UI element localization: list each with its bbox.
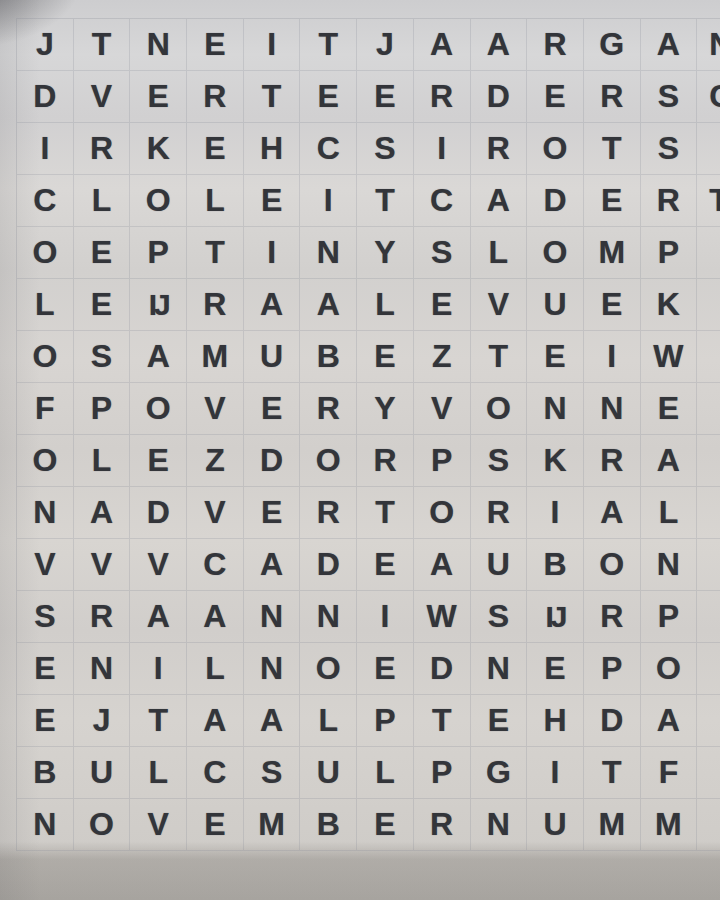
grid-cell[interactable]: G xyxy=(471,747,528,799)
grid-cell[interactable]: O xyxy=(74,799,131,851)
grid-cell[interactable]: J xyxy=(357,19,414,71)
grid-cell[interactable] xyxy=(697,487,720,539)
grid-cell[interactable]: R xyxy=(414,71,471,123)
grid-cell[interactable]: R xyxy=(187,279,244,331)
grid-cell[interactable]: O xyxy=(414,487,471,539)
grid-cell[interactable]: E xyxy=(527,643,584,695)
grid-cell[interactable]: A xyxy=(244,279,301,331)
grid-cell[interactable]: A xyxy=(641,19,698,71)
grid-cell[interactable]: D xyxy=(471,71,528,123)
grid-cell[interactable]: C xyxy=(187,539,244,591)
grid-cell[interactable]: T xyxy=(74,19,131,71)
grid-cell[interactable]: V xyxy=(130,539,187,591)
grid-cell[interactable]: C xyxy=(697,71,720,123)
grid-cell[interactable]: C xyxy=(187,747,244,799)
grid-cell[interactable]: T xyxy=(357,487,414,539)
grid-cell[interactable]: C xyxy=(17,175,74,227)
grid-cell[interactable]: T xyxy=(244,71,301,123)
grid-cell[interactable]: R xyxy=(641,175,698,227)
grid-cell[interactable]: IJ xyxy=(527,591,584,643)
grid-cell[interactable]: O xyxy=(471,383,528,435)
grid-cell[interactable]: U xyxy=(300,747,357,799)
grid-cell[interactable]: M xyxy=(187,331,244,383)
grid-cell[interactable]: N xyxy=(74,643,131,695)
grid-cell[interactable] xyxy=(697,123,720,175)
grid-cell[interactable]: U xyxy=(527,279,584,331)
grid-cell[interactable]: E xyxy=(74,279,131,331)
grid-cell[interactable]: L xyxy=(641,487,698,539)
grid-cell[interactable]: S xyxy=(357,123,414,175)
grid-cell[interactable]: E xyxy=(244,175,301,227)
grid-cell[interactable]: O xyxy=(641,643,698,695)
grid-cell[interactable]: O xyxy=(527,227,584,279)
grid-cell[interactable]: O xyxy=(17,435,74,487)
grid-cell[interactable]: A xyxy=(471,19,528,71)
grid-cell[interactable]: E xyxy=(471,695,528,747)
grid-cell[interactable]: A xyxy=(641,695,698,747)
grid-cell[interactable]: N xyxy=(584,383,641,435)
grid-cell[interactable]: O xyxy=(584,539,641,591)
grid-cell[interactable]: Z xyxy=(414,331,471,383)
grid-cell[interactable]: E xyxy=(584,279,641,331)
grid-cell[interactable] xyxy=(697,435,720,487)
grid-cell[interactable]: V xyxy=(187,487,244,539)
grid-cell[interactable] xyxy=(697,279,720,331)
grid-cell[interactable]: V xyxy=(74,539,131,591)
grid-cell[interactable]: C xyxy=(414,175,471,227)
grid-cell[interactable]: U xyxy=(471,539,528,591)
grid-cell[interactable]: R xyxy=(300,383,357,435)
grid-cell[interactable]: E xyxy=(357,331,414,383)
grid-cell[interactable]: R xyxy=(584,435,641,487)
grid-cell[interactable]: E xyxy=(130,71,187,123)
grid-cell[interactable]: M xyxy=(641,799,698,851)
grid-cell[interactable]: E xyxy=(584,175,641,227)
grid-cell[interactable]: I xyxy=(527,487,584,539)
grid-cell[interactable]: O xyxy=(130,383,187,435)
grid-cell[interactable]: D xyxy=(300,539,357,591)
grid-cell[interactable]: N xyxy=(697,19,720,71)
grid-cell[interactable]: R xyxy=(471,123,528,175)
grid-cell[interactable]: S xyxy=(244,747,301,799)
grid-cell[interactable]: V xyxy=(130,799,187,851)
grid-cell[interactable]: L xyxy=(74,435,131,487)
grid-cell[interactable]: T xyxy=(471,331,528,383)
grid-cell[interactable]: L xyxy=(187,643,244,695)
grid-cell[interactable]: T xyxy=(584,747,641,799)
grid-cell[interactable]: F xyxy=(17,383,74,435)
grid-cell[interactable]: B xyxy=(527,539,584,591)
grid-cell[interactable]: N xyxy=(244,643,301,695)
grid-cell[interactable]: E xyxy=(187,799,244,851)
grid-cell[interactable]: S xyxy=(414,227,471,279)
grid-cell[interactable]: S xyxy=(471,435,528,487)
grid-cell[interactable]: V xyxy=(74,71,131,123)
grid-cell[interactable]: E xyxy=(414,279,471,331)
grid-cell[interactable]: N xyxy=(527,383,584,435)
grid-cell[interactable]: W xyxy=(414,591,471,643)
grid-cell[interactable]: D xyxy=(244,435,301,487)
grid-cell[interactable]: G xyxy=(584,19,641,71)
grid-cell[interactable]: A xyxy=(300,279,357,331)
grid-cell[interactable]: U xyxy=(74,747,131,799)
grid-cell[interactable]: S xyxy=(641,123,698,175)
grid-cell[interactable]: T xyxy=(130,695,187,747)
grid-cell[interactable]: A xyxy=(414,19,471,71)
grid-cell[interactable]: A xyxy=(130,591,187,643)
grid-cell[interactable]: E xyxy=(357,799,414,851)
grid-cell[interactable]: C xyxy=(300,123,357,175)
grid-cell[interactable]: L xyxy=(187,175,244,227)
grid-cell[interactable]: E xyxy=(357,539,414,591)
grid-cell[interactable]: R xyxy=(527,19,584,71)
grid-cell[interactable]: S xyxy=(74,331,131,383)
grid-cell[interactable] xyxy=(697,695,720,747)
grid-cell[interactable]: B xyxy=(300,799,357,851)
grid-cell[interactable] xyxy=(697,227,720,279)
grid-cell[interactable]: N xyxy=(17,487,74,539)
grid-cell[interactable]: B xyxy=(17,747,74,799)
grid-cell[interactable]: I xyxy=(244,227,301,279)
grid-cell[interactable]: O xyxy=(17,227,74,279)
grid-cell[interactable]: O xyxy=(527,123,584,175)
grid-cell[interactable]: A xyxy=(244,539,301,591)
grid-cell[interactable]: K xyxy=(641,279,698,331)
grid-cell[interactable]: N xyxy=(17,799,74,851)
grid-cell[interactable]: M xyxy=(584,227,641,279)
grid-cell[interactable] xyxy=(697,539,720,591)
grid-cell[interactable]: S xyxy=(641,71,698,123)
grid-cell[interactable]: E xyxy=(641,383,698,435)
grid-cell[interactable]: O xyxy=(130,175,187,227)
grid-cell[interactable]: U xyxy=(244,331,301,383)
grid-cell[interactable]: A xyxy=(584,487,641,539)
word-search-grid: JTNEITJAARGANDVERTEERDERSCIRKEHCSIROTSCL… xyxy=(16,18,720,851)
grid-cell[interactable]: I xyxy=(527,747,584,799)
grid-cell[interactable]: R xyxy=(357,435,414,487)
grid-cell[interactable] xyxy=(697,331,720,383)
grid-cell[interactable]: E xyxy=(187,19,244,71)
grid-cell[interactable]: V xyxy=(17,539,74,591)
grid-cell[interactable]: T xyxy=(584,123,641,175)
grid-cell[interactable]: N xyxy=(471,799,528,851)
grid-cell[interactable]: R xyxy=(584,71,641,123)
grid-cell[interactable]: P xyxy=(414,435,471,487)
grid-cell[interactable]: T xyxy=(357,175,414,227)
grid-cell[interactable]: E xyxy=(357,71,414,123)
grid-cell[interactable]: I xyxy=(244,19,301,71)
grid-cell[interactable]: P xyxy=(357,695,414,747)
grid-cell[interactable]: S xyxy=(471,591,528,643)
grid-cell[interactable]: K xyxy=(527,435,584,487)
grid-cell[interactable]: W xyxy=(641,331,698,383)
grid-cell[interactable]: D xyxy=(527,175,584,227)
grid-cell[interactable]: E xyxy=(357,643,414,695)
grid-cell[interactable]: R xyxy=(187,71,244,123)
grid-cell[interactable]: L xyxy=(357,747,414,799)
grid-cell[interactable]: R xyxy=(74,123,131,175)
grid-cell[interactable]: Z xyxy=(187,435,244,487)
grid-cell[interactable]: A xyxy=(414,539,471,591)
grid-cell[interactable] xyxy=(697,643,720,695)
grid-cell[interactable]: V xyxy=(187,383,244,435)
grid-cell[interactable]: A xyxy=(74,487,131,539)
grid-cell[interactable]: T xyxy=(414,695,471,747)
grid-cell[interactable]: K xyxy=(130,123,187,175)
grid-cell[interactable]: A xyxy=(130,331,187,383)
grid-cell[interactable]: Y xyxy=(357,383,414,435)
grid-cell[interactable]: P xyxy=(641,591,698,643)
grid-cell[interactable]: V xyxy=(471,279,528,331)
grid-cell[interactable]: U xyxy=(527,799,584,851)
grid-cell[interactable]: I xyxy=(130,643,187,695)
grid-cell[interactable]: L xyxy=(357,279,414,331)
grid-cell[interactable]: I xyxy=(300,175,357,227)
grid-cell[interactable]: R xyxy=(74,591,131,643)
grid-cell[interactable]: E xyxy=(244,383,301,435)
grid-cell[interactable] xyxy=(697,799,720,851)
grid-cell[interactable]: E xyxy=(244,487,301,539)
grid-cell[interactable]: E xyxy=(300,71,357,123)
grid-cell[interactable]: H xyxy=(244,123,301,175)
grid-cell[interactable]: A xyxy=(244,695,301,747)
grid-cell[interactable]: I xyxy=(414,123,471,175)
grid-cell[interactable]: B xyxy=(300,331,357,383)
grid-cell[interactable]: L xyxy=(300,695,357,747)
grid-cell[interactable]: L xyxy=(471,227,528,279)
grid-cell[interactable]: D xyxy=(584,695,641,747)
grid-cell[interactable]: L xyxy=(130,747,187,799)
grid-cell[interactable]: N xyxy=(130,19,187,71)
grid-cell[interactable]: L xyxy=(17,279,74,331)
grid-cell[interactable]: T xyxy=(300,19,357,71)
grid-cell[interactable]: R xyxy=(584,591,641,643)
grid-cell[interactable]: H xyxy=(527,695,584,747)
grid-cell[interactable]: O xyxy=(300,435,357,487)
grid-cell[interactable]: P xyxy=(414,747,471,799)
grid-cell[interactable]: E xyxy=(527,331,584,383)
grid-cell[interactable]: O xyxy=(17,331,74,383)
grid-cell[interactable] xyxy=(697,591,720,643)
grid-cell[interactable]: E xyxy=(17,695,74,747)
grid-cell[interactable]: E xyxy=(130,435,187,487)
grid-cell[interactable]: A xyxy=(187,695,244,747)
grid-cell[interactable]: E xyxy=(74,227,131,279)
grid-cell[interactable]: A xyxy=(641,435,698,487)
grid-cell[interactable]: D xyxy=(17,71,74,123)
grid-cell[interactable]: O xyxy=(300,643,357,695)
grid-cell[interactable]: N xyxy=(641,539,698,591)
grid-cell[interactable]: R xyxy=(471,487,528,539)
grid-cell[interactable]: N xyxy=(244,591,301,643)
grid-cell[interactable]: D xyxy=(414,643,471,695)
grid-cell[interactable]: M xyxy=(584,799,641,851)
word-search-photo: JTNEITJAARGANDVERTEERDERSCIRKEHCSIROTSCL… xyxy=(0,0,720,900)
grid-cell[interactable]: A xyxy=(471,175,528,227)
grid-cell[interactable]: P xyxy=(641,227,698,279)
grid-cell[interactable]: T xyxy=(697,175,720,227)
grid-cell[interactable]: N xyxy=(300,227,357,279)
grid-cell[interactable]: M xyxy=(244,799,301,851)
grid-cell[interactable]: S xyxy=(17,591,74,643)
grid-cell[interactable]: N xyxy=(300,591,357,643)
grid-cell[interactable]: L xyxy=(74,175,131,227)
grid-cell[interactable]: V xyxy=(414,383,471,435)
grid-cell[interactable] xyxy=(697,383,720,435)
grid-cell[interactable]: A xyxy=(187,591,244,643)
grid-cell[interactable]: R xyxy=(300,487,357,539)
grid-cell[interactable]: P xyxy=(584,643,641,695)
grid-cell[interactable]: T xyxy=(187,227,244,279)
grid-cell[interactable]: D xyxy=(130,487,187,539)
grid-cell[interactable]: N xyxy=(471,643,528,695)
grid-cell[interactable]: I xyxy=(357,591,414,643)
grid-cell[interactable]: E xyxy=(527,71,584,123)
grid-cell[interactable]: P xyxy=(74,383,131,435)
grid-cell[interactable]: I xyxy=(584,331,641,383)
grid-cell[interactable] xyxy=(697,747,720,799)
grid-cell[interactable]: R xyxy=(414,799,471,851)
grid-cell[interactable]: Y xyxy=(357,227,414,279)
grid-cell[interactable]: J xyxy=(74,695,131,747)
grid-cell[interactable]: E xyxy=(187,123,244,175)
grid-cell[interactable]: E xyxy=(17,643,74,695)
grid-cell[interactable]: IJ xyxy=(130,279,187,331)
grid-cell[interactable]: J xyxy=(17,19,74,71)
grid-cell[interactable]: I xyxy=(17,123,74,175)
grid-cell[interactable]: P xyxy=(130,227,187,279)
grid-cell[interactable]: F xyxy=(641,747,698,799)
